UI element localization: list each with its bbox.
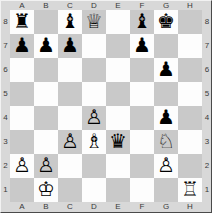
file-label: C [58, 202, 82, 212]
file-label: B [34, 202, 58, 212]
square-c7[interactable]: ♟ [58, 34, 82, 58]
square-c2[interactable] [58, 154, 82, 178]
piece-white-pawn: ♙ [58, 130, 82, 154]
square-a7[interactable]: ♟ [10, 34, 34, 58]
square-g4[interactable]: ♟ [154, 106, 178, 130]
piece-white-pawn: ♙ [154, 154, 178, 178]
file-label: E [106, 202, 130, 212]
square-b4[interactable] [34, 106, 58, 130]
file-label: H [178, 1, 202, 10]
square-c3[interactable]: ♙ [58, 130, 82, 154]
square-g8[interactable]: ♚ [154, 10, 178, 34]
square-b7[interactable]: ♟ [34, 34, 58, 58]
square-h7[interactable] [178, 34, 202, 58]
square-a2[interactable]: ♙ [10, 154, 34, 178]
rank-label: 1 [202, 178, 212, 202]
square-f1[interactable] [130, 178, 154, 202]
square-a8[interactable]: ♜ [10, 10, 34, 34]
square-e1[interactable] [106, 178, 130, 202]
square-c5[interactable] [58, 82, 82, 106]
piece-white-queen: ♕ [82, 10, 106, 34]
square-b3[interactable] [34, 130, 58, 154]
square-h1[interactable]: ♖ [178, 178, 202, 202]
piece-white-king: ♔ [34, 178, 58, 202]
square-c8[interactable]: ♝ [58, 10, 82, 34]
square-h3[interactable] [178, 130, 202, 154]
square-f4[interactable] [130, 106, 154, 130]
piece-black-king: ♚ [154, 10, 178, 34]
rank-label: 3 [202, 130, 212, 154]
rank-label: 1 [1, 178, 10, 202]
file-label: F [130, 1, 154, 10]
file-labels-bottom: ABCDEFGH [10, 202, 202, 212]
square-c6[interactable] [58, 58, 82, 82]
square-e8[interactable] [106, 10, 130, 34]
square-a5[interactable] [10, 82, 34, 106]
square-f5[interactable] [130, 82, 154, 106]
rank-labels-left: 87654321 [1, 10, 10, 202]
rank-label: 4 [202, 106, 212, 130]
square-a1[interactable] [10, 178, 34, 202]
square-f8[interactable]: ♝ [130, 10, 154, 34]
file-label: B [34, 1, 58, 10]
square-h6[interactable] [178, 58, 202, 82]
square-f3[interactable] [130, 130, 154, 154]
square-f7[interactable]: ♟ [130, 34, 154, 58]
rank-labels-right: 87654321 [202, 10, 212, 202]
file-label: H [178, 202, 202, 212]
board: ♜♝♕♝♚♟♟♟♟♟♙♟♙♗♛♘♙♙♙♔♖ [10, 10, 202, 202]
square-g7[interactable] [154, 34, 178, 58]
square-d2[interactable] [82, 154, 106, 178]
square-g2[interactable]: ♙ [154, 154, 178, 178]
piece-black-pawn: ♟ [10, 34, 34, 58]
square-c1[interactable] [58, 178, 82, 202]
square-g5[interactable] [154, 82, 178, 106]
file-label: A [10, 1, 34, 10]
rank-label: 2 [202, 154, 212, 178]
square-g1[interactable] [154, 178, 178, 202]
file-label: A [10, 202, 34, 212]
square-a4[interactable] [10, 106, 34, 130]
rank-label: 2 [1, 154, 10, 178]
square-e7[interactable] [106, 34, 130, 58]
piece-white-pawn: ♙ [10, 154, 34, 178]
square-c4[interactable] [58, 106, 82, 130]
rank-label: 7 [202, 34, 212, 58]
piece-black-pawn: ♟ [154, 58, 178, 82]
square-d7[interactable] [82, 34, 106, 58]
file-label: G [154, 202, 178, 212]
square-a6[interactable] [10, 58, 34, 82]
piece-white-pawn: ♙ [82, 106, 106, 130]
piece-black-pawn: ♟ [58, 34, 82, 58]
square-d4[interactable]: ♙ [82, 106, 106, 130]
rank-label: 8 [202, 10, 212, 34]
square-b2[interactable]: ♙ [34, 154, 58, 178]
square-d1[interactable] [82, 178, 106, 202]
piece-black-bishop: ♝ [130, 10, 154, 34]
square-e3[interactable]: ♛ [106, 130, 130, 154]
square-b6[interactable] [34, 58, 58, 82]
file-label: E [106, 1, 130, 10]
piece-black-rook: ♜ [10, 10, 34, 34]
piece-white-rook: ♖ [178, 178, 202, 202]
rank-label: 7 [1, 34, 10, 58]
piece-black-bishop: ♝ [58, 10, 82, 34]
square-h8[interactable] [178, 10, 202, 34]
square-e5[interactable] [106, 82, 130, 106]
square-f6[interactable] [130, 58, 154, 82]
piece-white-bishop: ♗ [82, 130, 106, 154]
file-label: D [82, 202, 106, 212]
rank-label: 4 [1, 106, 10, 130]
rank-label: 5 [202, 82, 212, 106]
square-d5[interactable] [82, 82, 106, 106]
piece-black-pawn: ♟ [130, 34, 154, 58]
piece-white-pawn: ♙ [34, 154, 58, 178]
rank-label: 5 [1, 82, 10, 106]
file-label: C [58, 1, 82, 10]
square-d3[interactable]: ♗ [82, 130, 106, 154]
square-d8[interactable]: ♕ [82, 10, 106, 34]
rank-label: 6 [1, 58, 10, 82]
piece-white-knight: ♘ [154, 130, 178, 154]
square-d6[interactable] [82, 58, 106, 82]
square-e2[interactable] [106, 154, 130, 178]
square-e6[interactable] [106, 58, 130, 82]
square-g6[interactable]: ♟ [154, 58, 178, 82]
rank-label: 3 [1, 130, 10, 154]
square-h5[interactable] [178, 82, 202, 106]
file-labels-top: ABCDEFGH [10, 1, 202, 10]
rank-label: 8 [1, 10, 10, 34]
file-label: G [154, 1, 178, 10]
square-g3[interactable]: ♘ [154, 130, 178, 154]
piece-black-pawn: ♟ [34, 34, 58, 58]
square-h2[interactable] [178, 154, 202, 178]
square-b8[interactable] [34, 10, 58, 34]
chess-diagram: ABCDEFGH 87654321 ♜♝♕♝♚♟♟♟♟♟♙♟♙♗♛♘♙♙♙♔♖ … [0, 0, 212, 213]
file-label: F [130, 202, 154, 212]
piece-black-queen: ♛ [106, 130, 130, 154]
piece-black-pawn: ♟ [154, 106, 178, 130]
square-h4[interactable] [178, 106, 202, 130]
square-a3[interactable] [10, 130, 34, 154]
square-b1[interactable]: ♔ [34, 178, 58, 202]
rank-label: 6 [202, 58, 212, 82]
square-e4[interactable] [106, 106, 130, 130]
square-b5[interactable] [34, 82, 58, 106]
file-label: D [82, 1, 106, 10]
square-f2[interactable] [130, 154, 154, 178]
